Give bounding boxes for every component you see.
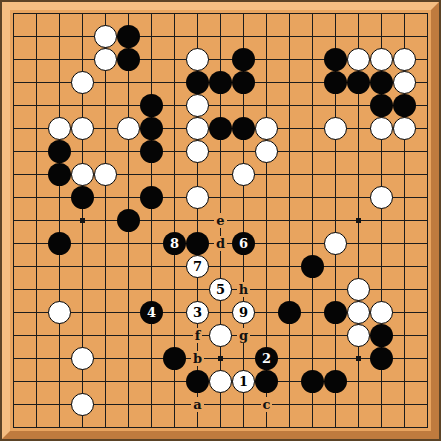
stone-black xyxy=(370,347,393,370)
stone-white xyxy=(48,301,71,324)
stone-white xyxy=(94,163,117,186)
white-stone xyxy=(94,163,117,186)
black-stone xyxy=(301,255,324,278)
stone-black xyxy=(48,163,71,186)
white-stone xyxy=(48,117,71,140)
white-stone xyxy=(209,324,232,347)
stone-white xyxy=(209,324,232,347)
stone-black xyxy=(163,347,186,370)
point-letter: a xyxy=(191,397,203,412)
white-stone xyxy=(209,370,232,393)
stone-black xyxy=(117,48,140,71)
black-stone xyxy=(370,324,393,347)
stone-white xyxy=(186,48,209,71)
white-stone xyxy=(255,117,278,140)
white-stone xyxy=(347,48,370,71)
move-number: 1 xyxy=(239,375,248,388)
white-stone xyxy=(94,48,117,71)
hoshi-dot xyxy=(218,356,223,361)
black-stone xyxy=(324,71,347,94)
stone-white xyxy=(370,301,393,324)
stone-black xyxy=(140,117,163,140)
white-stone xyxy=(94,25,117,48)
stone-white xyxy=(393,71,416,94)
point-letter: h xyxy=(237,282,250,297)
point-label-d: d xyxy=(209,232,232,255)
stone-white xyxy=(255,117,278,140)
white-stone xyxy=(370,117,393,140)
stone-white xyxy=(324,232,347,255)
point-label-b: b xyxy=(186,347,209,370)
white-stone xyxy=(186,117,209,140)
point-label-g: g xyxy=(232,324,255,347)
black-stone xyxy=(324,370,347,393)
stone-black xyxy=(117,209,140,232)
black-stone xyxy=(186,232,209,255)
stone-white xyxy=(393,117,416,140)
white-stone xyxy=(324,232,347,255)
stone-black xyxy=(48,140,71,163)
hoshi-dot xyxy=(80,218,85,223)
stone-black xyxy=(232,117,255,140)
black-stone xyxy=(393,94,416,117)
point-label-f: f xyxy=(186,324,209,347)
stone-white xyxy=(347,301,370,324)
stone-black xyxy=(347,71,370,94)
hoshi-point xyxy=(209,347,232,370)
move-number: 5 xyxy=(216,283,225,296)
stone-white xyxy=(232,163,255,186)
stone-white xyxy=(71,71,94,94)
stone-black: 8 xyxy=(163,232,186,255)
stone-black xyxy=(370,94,393,117)
move-number: 7 xyxy=(193,260,202,273)
hoshi-point xyxy=(347,347,370,370)
white-stone xyxy=(255,140,278,163)
black-stone-move-8: 8 xyxy=(163,232,186,255)
white-stone-move-9: 9 xyxy=(232,301,255,324)
black-stone xyxy=(186,370,209,393)
stone-white xyxy=(94,25,117,48)
stone-white: 5 xyxy=(209,278,232,301)
stone-black xyxy=(278,301,301,324)
stone-black xyxy=(186,232,209,255)
white-stone xyxy=(393,117,416,140)
move-number: 6 xyxy=(239,237,248,250)
black-stone xyxy=(48,232,71,255)
black-stone xyxy=(370,94,393,117)
white-stone xyxy=(370,48,393,71)
point-letter: g xyxy=(237,328,250,343)
stone-white xyxy=(186,94,209,117)
stone-white xyxy=(186,117,209,140)
stone-white: 9 xyxy=(232,301,255,324)
stone-white xyxy=(393,48,416,71)
black-stone xyxy=(71,186,94,209)
stone-white: 1 xyxy=(232,370,255,393)
black-stone xyxy=(209,117,232,140)
board-face: 867543921edhfgbac xyxy=(10,10,431,431)
move-number: 3 xyxy=(193,306,202,319)
hoshi-point xyxy=(71,209,94,232)
stone-black xyxy=(209,117,232,140)
black-stone xyxy=(117,48,140,71)
stone-white xyxy=(370,186,393,209)
stone-black: 6 xyxy=(232,232,255,255)
stone-black xyxy=(140,94,163,117)
stone-black xyxy=(324,48,347,71)
move-number: 4 xyxy=(147,306,156,319)
stone-black xyxy=(48,232,71,255)
black-stone xyxy=(117,25,140,48)
stone-white xyxy=(117,117,140,140)
black-stone xyxy=(163,347,186,370)
white-stone xyxy=(347,278,370,301)
black-stone xyxy=(140,140,163,163)
point-label-h: h xyxy=(232,278,255,301)
black-stone xyxy=(232,71,255,94)
hoshi-dot xyxy=(356,356,361,361)
black-stone xyxy=(324,301,347,324)
white-stone xyxy=(186,48,209,71)
stone-black xyxy=(186,71,209,94)
stone-white xyxy=(347,278,370,301)
black-stone xyxy=(347,71,370,94)
stone-black xyxy=(301,255,324,278)
stone-black xyxy=(232,71,255,94)
point-letter: e xyxy=(214,213,226,228)
board-grid: 867543921edhfgbac xyxy=(2,2,439,439)
hoshi-point xyxy=(347,209,370,232)
point-label-e: e xyxy=(209,209,232,232)
black-stone-move-4: 4 xyxy=(140,301,163,324)
white-stone xyxy=(71,393,94,416)
move-number: 2 xyxy=(262,352,271,365)
black-stone-move-2: 2 xyxy=(255,347,278,370)
stone-white xyxy=(347,324,370,347)
white-stone xyxy=(186,94,209,117)
stone-white xyxy=(255,140,278,163)
black-stone xyxy=(140,94,163,117)
stone-black xyxy=(370,324,393,347)
white-stone-move-5: 5 xyxy=(209,278,232,301)
white-stone-move-7: 7 xyxy=(186,255,209,278)
stone-black xyxy=(324,71,347,94)
point-letter: d xyxy=(214,236,227,251)
stone-white xyxy=(370,48,393,71)
move-number: 8 xyxy=(170,237,179,250)
black-stone xyxy=(140,186,163,209)
white-stone xyxy=(117,117,140,140)
stone-white xyxy=(209,370,232,393)
white-stone xyxy=(71,71,94,94)
black-stone xyxy=(117,209,140,232)
white-stone xyxy=(186,186,209,209)
white-stone xyxy=(347,324,370,347)
go-board: 867543921edhfgbac xyxy=(0,0,441,441)
stone-black xyxy=(209,71,232,94)
stone-white: 7 xyxy=(186,255,209,278)
black-stone-move-6: 6 xyxy=(232,232,255,255)
white-stone-move-1: 1 xyxy=(232,370,255,393)
stone-white xyxy=(71,163,94,186)
stone-black xyxy=(71,186,94,209)
black-stone xyxy=(278,301,301,324)
stone-white xyxy=(71,347,94,370)
stone-white xyxy=(324,117,347,140)
stone-white xyxy=(71,393,94,416)
point-letter: b xyxy=(191,351,204,366)
black-stone xyxy=(324,48,347,71)
stone-black xyxy=(140,140,163,163)
white-stone xyxy=(324,117,347,140)
stone-black xyxy=(393,94,416,117)
black-stone xyxy=(370,347,393,370)
stone-black xyxy=(117,25,140,48)
stone-white xyxy=(347,48,370,71)
black-stone xyxy=(140,117,163,140)
white-stone xyxy=(370,186,393,209)
stone-black xyxy=(301,370,324,393)
white-stone xyxy=(186,140,209,163)
white-stone xyxy=(393,48,416,71)
stone-black xyxy=(232,48,255,71)
stone-white: 3 xyxy=(186,301,209,324)
black-stone xyxy=(370,71,393,94)
white-stone xyxy=(370,301,393,324)
stone-white xyxy=(94,48,117,71)
point-letter: f xyxy=(193,328,203,343)
white-stone xyxy=(71,117,94,140)
move-number: 9 xyxy=(239,306,248,319)
black-stone xyxy=(209,71,232,94)
stone-black xyxy=(324,301,347,324)
stone-white xyxy=(186,186,209,209)
stone-black xyxy=(370,71,393,94)
white-stone xyxy=(232,163,255,186)
white-stone-move-3: 3 xyxy=(186,301,209,324)
hoshi-dot xyxy=(356,218,361,223)
stone-black xyxy=(324,370,347,393)
black-stone xyxy=(301,370,324,393)
point-label-c: c xyxy=(255,393,278,416)
black-stone xyxy=(232,48,255,71)
stone-white xyxy=(71,117,94,140)
white-stone xyxy=(48,301,71,324)
stone-white xyxy=(370,117,393,140)
white-stone xyxy=(393,71,416,94)
black-stone xyxy=(255,370,278,393)
black-stone xyxy=(48,140,71,163)
stone-white xyxy=(48,117,71,140)
stone-black: 2 xyxy=(255,347,278,370)
point-label-a: a xyxy=(186,393,209,416)
black-stone xyxy=(48,163,71,186)
stone-black xyxy=(186,370,209,393)
stone-white xyxy=(186,140,209,163)
point-letter: c xyxy=(261,397,273,412)
stone-black: 4 xyxy=(140,301,163,324)
black-stone xyxy=(232,117,255,140)
black-stone xyxy=(186,71,209,94)
stone-black xyxy=(140,186,163,209)
white-stone xyxy=(71,347,94,370)
white-stone xyxy=(347,301,370,324)
stone-black xyxy=(255,370,278,393)
white-stone xyxy=(71,163,94,186)
